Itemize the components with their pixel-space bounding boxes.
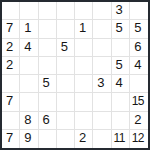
cell-r1c8[interactable] <box>130 2 148 20</box>
given-digit: 4 <box>134 58 141 71</box>
given-digit: 5 <box>116 58 123 71</box>
cell-r7c7[interactable] <box>112 112 130 130</box>
cell-r4c3[interactable] <box>39 57 57 75</box>
cell-r5c5[interactable] <box>75 75 93 93</box>
cell-r1c6[interactable] <box>93 2 111 20</box>
cell-r8c6[interactable] <box>93 130 111 148</box>
given-digit: 15 <box>132 95 144 107</box>
given-digit: 4 <box>116 76 123 89</box>
cell-r1c7[interactable]: 3 <box>112 2 130 20</box>
cell-r7c1[interactable] <box>2 112 20 130</box>
cell-r6c7[interactable] <box>112 93 130 111</box>
cell-r4c2[interactable] <box>20 57 38 75</box>
given-digit: 7 <box>6 94 13 107</box>
cell-r6c5[interactable] <box>75 93 93 111</box>
cell-r6c3[interactable] <box>39 93 57 111</box>
puzzle-board: 37115524562545347158627921112 <box>0 0 150 150</box>
cell-r1c5[interactable] <box>75 2 93 20</box>
cell-r4c6[interactable] <box>93 57 111 75</box>
cell-r6c4[interactable] <box>57 93 75 111</box>
cell-r4c4[interactable] <box>57 57 75 75</box>
given-digit: 12 <box>132 132 144 144</box>
cell-r3c3[interactable] <box>39 39 57 57</box>
cell-r8c5[interactable]: 2 <box>75 130 93 148</box>
cell-r8c7[interactable]: 11 <box>112 130 130 148</box>
cell-r2c1[interactable]: 7 <box>2 20 20 38</box>
given-digit: 3 <box>97 76 104 89</box>
cell-r4c5[interactable] <box>75 57 93 75</box>
cell-r1c3[interactable] <box>39 2 57 20</box>
cell-r8c3[interactable] <box>39 130 57 148</box>
cell-r3c4[interactable]: 5 <box>57 39 75 57</box>
cell-r5c3[interactable]: 5 <box>39 75 57 93</box>
given-digit: 2 <box>6 40 13 53</box>
cell-r2c6[interactable] <box>93 20 111 38</box>
cell-r5c2[interactable] <box>20 75 38 93</box>
cell-r6c2[interactable] <box>20 93 38 111</box>
cell-r8c8[interactable]: 12 <box>130 130 148 148</box>
cell-r6c6[interactable] <box>93 93 111 111</box>
cell-r2c3[interactable] <box>39 20 57 38</box>
cell-r5c7[interactable]: 4 <box>112 75 130 93</box>
cell-r4c1[interactable]: 2 <box>2 57 20 75</box>
cell-r8c2[interactable]: 9 <box>20 130 38 148</box>
given-digit: 4 <box>24 40 31 53</box>
cell-r4c7[interactable]: 5 <box>112 57 130 75</box>
cell-r6c8[interactable]: 15 <box>130 93 148 111</box>
cell-r8c1[interactable]: 7 <box>2 130 20 148</box>
cell-r6c1[interactable]: 7 <box>2 93 20 111</box>
cell-r7c5[interactable] <box>75 112 93 130</box>
cell-r7c6[interactable] <box>93 112 111 130</box>
given-digit: 2 <box>79 131 86 144</box>
cell-r7c3[interactable]: 6 <box>39 112 57 130</box>
cell-r3c7[interactable] <box>112 39 130 57</box>
cell-r1c1[interactable] <box>2 2 20 20</box>
given-digit: 5 <box>43 76 50 89</box>
cell-r1c4[interactable] <box>57 2 75 20</box>
cell-r1c2[interactable] <box>20 2 38 20</box>
given-digit: 8 <box>24 113 31 126</box>
cell-r2c7[interactable]: 5 <box>112 20 130 38</box>
cell-r3c5[interactable] <box>75 39 93 57</box>
cell-r5c1[interactable] <box>2 75 20 93</box>
given-digit: 5 <box>61 40 68 53</box>
cell-r4c8[interactable]: 4 <box>130 57 148 75</box>
given-digit: 1 <box>79 21 86 34</box>
cell-r3c6[interactable] <box>93 39 111 57</box>
given-digit: 2 <box>6 58 13 71</box>
given-digit: 7 <box>6 131 13 144</box>
given-digit: 7 <box>6 21 13 34</box>
given-digit: 9 <box>24 131 31 144</box>
given-digit: 6 <box>134 40 141 53</box>
cell-r3c8[interactable]: 6 <box>130 39 148 57</box>
cell-r2c2[interactable]: 1 <box>20 20 38 38</box>
cell-r7c8[interactable]: 2 <box>130 112 148 130</box>
cell-r2c5[interactable]: 1 <box>75 20 93 38</box>
cell-r8c4[interactable] <box>57 130 75 148</box>
given-digit: 11 <box>113 132 124 144</box>
given-digit: 5 <box>116 21 123 34</box>
cell-r7c4[interactable] <box>57 112 75 130</box>
cell-r5c8[interactable] <box>130 75 148 93</box>
cell-r2c8[interactable]: 5 <box>130 20 148 38</box>
cell-r5c4[interactable] <box>57 75 75 93</box>
cell-r2c4[interactable] <box>57 20 75 38</box>
given-digit: 2 <box>134 113 141 126</box>
given-digit: 6 <box>43 113 50 126</box>
cell-r3c2[interactable]: 4 <box>20 39 38 57</box>
given-digit: 1 <box>24 21 31 34</box>
given-digit: 5 <box>134 21 141 34</box>
given-digit: 3 <box>116 3 123 16</box>
cell-r5c6[interactable]: 3 <box>93 75 111 93</box>
cell-r3c1[interactable]: 2 <box>2 39 20 57</box>
cell-r7c2[interactable]: 8 <box>20 112 38 130</box>
